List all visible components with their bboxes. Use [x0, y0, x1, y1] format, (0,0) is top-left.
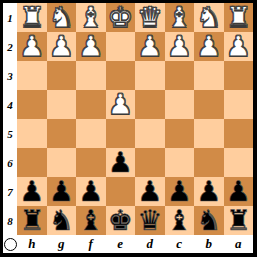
- black-pawn-a7: ♟: [226, 177, 251, 206]
- square-c5[interactable]: [165, 119, 195, 148]
- black-bishop-c8: ♝: [167, 206, 192, 235]
- rank-label-4: 4: [3, 90, 17, 119]
- square-d6[interactable]: [135, 148, 165, 177]
- chess-board-widget: 12345678 ♜♞♝♚♛♝♞♜♟♟♟♟♟♟♟♟♟♟♟♟♟♟♟♟♜♞♝♚♛♝♞…: [0, 0, 257, 257]
- white-bishop-f1: ♝: [78, 3, 103, 32]
- square-d2[interactable]: ♟: [135, 32, 165, 61]
- white-rook-h1: ♜: [19, 3, 44, 32]
- square-g7[interactable]: ♟: [47, 177, 77, 206]
- turn-indicator-cell: [3, 235, 17, 253]
- square-b8[interactable]: ♞: [194, 206, 224, 235]
- square-h1[interactable]: ♜: [17, 3, 47, 32]
- square-b2[interactable]: ♟: [194, 32, 224, 61]
- white-pawn-a2: ♟: [226, 32, 251, 61]
- rank-label-1: 1: [3, 3, 17, 32]
- square-c1[interactable]: ♝: [165, 3, 195, 32]
- white-knight-b1: ♞: [196, 3, 221, 32]
- white-pawn-c2: ♟: [167, 32, 192, 61]
- square-f5[interactable]: [76, 119, 106, 148]
- black-pawn-d7: ♟: [137, 177, 162, 206]
- rank-labels: 12345678: [3, 3, 17, 235]
- square-d3[interactable]: [135, 61, 165, 90]
- square-a5[interactable]: [224, 119, 254, 148]
- black-pawn-h7: ♟: [19, 177, 44, 206]
- bottom-strip: hgfedcba: [3, 235, 253, 253]
- board-grid: ♜♞♝♚♛♝♞♜♟♟♟♟♟♟♟♟♟♟♟♟♟♟♟♟♜♞♝♚♛♝♞♜: [17, 3, 253, 235]
- black-queen-d8: ♛: [137, 206, 162, 235]
- file-label-d: d: [135, 235, 165, 253]
- square-e5[interactable]: [106, 119, 136, 148]
- rank-label-3: 3: [3, 61, 17, 90]
- square-g5[interactable]: [47, 119, 77, 148]
- square-g8[interactable]: ♞: [47, 206, 77, 235]
- square-f8[interactable]: ♝: [76, 206, 106, 235]
- square-e8[interactable]: ♚: [106, 206, 136, 235]
- file-label-b: b: [194, 235, 224, 253]
- square-f2[interactable]: ♟: [76, 32, 106, 61]
- black-rook-a8: ♜: [226, 206, 251, 235]
- square-b4[interactable]: [194, 90, 224, 119]
- square-h7[interactable]: ♟: [17, 177, 47, 206]
- white-pawn-d2: ♟: [137, 32, 162, 61]
- square-a2[interactable]: ♟: [224, 32, 254, 61]
- square-f3[interactable]: [76, 61, 106, 90]
- square-c6[interactable]: [165, 148, 195, 177]
- square-g2[interactable]: ♟: [47, 32, 77, 61]
- square-g6[interactable]: [47, 148, 77, 177]
- square-e2[interactable]: [106, 32, 136, 61]
- square-h6[interactable]: [17, 148, 47, 177]
- square-a7[interactable]: ♟: [224, 177, 254, 206]
- square-f6[interactable]: [76, 148, 106, 177]
- square-d7[interactable]: ♟: [135, 177, 165, 206]
- black-king-e8: ♚: [108, 206, 133, 235]
- square-e1[interactable]: ♚: [106, 3, 136, 32]
- square-d5[interactable]: [135, 119, 165, 148]
- square-h4[interactable]: [17, 90, 47, 119]
- square-d8[interactable]: ♛: [135, 206, 165, 235]
- square-h8[interactable]: ♜: [17, 206, 47, 235]
- rank-label-8: 8: [3, 206, 17, 235]
- file-label-f: f: [76, 235, 106, 253]
- white-pawn-f2: ♟: [78, 32, 103, 61]
- square-b7[interactable]: ♟: [194, 177, 224, 206]
- black-pawn-f7: ♟: [78, 177, 103, 206]
- square-c7[interactable]: ♟: [165, 177, 195, 206]
- square-c3[interactable]: [165, 61, 195, 90]
- square-d4[interactable]: [135, 90, 165, 119]
- square-e4[interactable]: ♟: [106, 90, 136, 119]
- square-f4[interactable]: [76, 90, 106, 119]
- square-a8[interactable]: ♜: [224, 206, 254, 235]
- black-pawn-c7: ♟: [167, 177, 192, 206]
- square-f7[interactable]: ♟: [76, 177, 106, 206]
- square-a4[interactable]: [224, 90, 254, 119]
- white-pawn-b2: ♟: [196, 32, 221, 61]
- black-bishop-f8: ♝: [78, 206, 103, 235]
- black-pawn-b7: ♟: [196, 177, 221, 206]
- white-knight-g1: ♞: [49, 3, 74, 32]
- square-b6[interactable]: [194, 148, 224, 177]
- file-label-h: h: [17, 235, 47, 253]
- square-c4[interactable]: [165, 90, 195, 119]
- square-e6[interactable]: ♟: [106, 148, 136, 177]
- white-bishop-c1: ♝: [167, 3, 192, 32]
- black-rook-h8: ♜: [19, 206, 44, 235]
- square-g3[interactable]: [47, 61, 77, 90]
- rank-label-6: 6: [3, 148, 17, 177]
- square-c8[interactable]: ♝: [165, 206, 195, 235]
- rank-label-7: 7: [3, 177, 17, 206]
- file-label-a: a: [224, 235, 254, 253]
- black-pawn-e6: ♟: [108, 148, 133, 177]
- black-knight-g8: ♞: [49, 206, 74, 235]
- white-king-e1: ♚: [108, 3, 133, 32]
- white-pawn-h2: ♟: [19, 32, 44, 61]
- square-c2[interactable]: ♟: [165, 32, 195, 61]
- white-pawn-g2: ♟: [49, 32, 74, 61]
- square-f1[interactable]: ♝: [76, 3, 106, 32]
- square-e7[interactable]: [106, 177, 136, 206]
- file-label-c: c: [165, 235, 195, 253]
- square-h3[interactable]: [17, 61, 47, 90]
- white-to-move-circle-icon: [4, 238, 17, 251]
- file-label-e: e: [106, 235, 136, 253]
- square-b5[interactable]: [194, 119, 224, 148]
- square-b1[interactable]: ♞: [194, 3, 224, 32]
- white-queen-d1: ♛: [137, 3, 162, 32]
- square-g4[interactable]: [47, 90, 77, 119]
- white-rook-a1: ♜: [226, 3, 251, 32]
- white-pawn-e4: ♟: [108, 90, 133, 119]
- square-a6[interactable]: [224, 148, 254, 177]
- black-pawn-g7: ♟: [49, 177, 74, 206]
- square-d1[interactable]: ♛: [135, 3, 165, 32]
- square-h5[interactable]: [17, 119, 47, 148]
- rank-label-5: 5: [3, 119, 17, 148]
- rank-label-2: 2: [3, 32, 17, 61]
- square-g1[interactable]: ♞: [47, 3, 77, 32]
- black-knight-b8: ♞: [196, 206, 221, 235]
- square-e3[interactable]: [106, 61, 136, 90]
- square-a1[interactable]: ♜: [224, 3, 254, 32]
- square-h2[interactable]: ♟: [17, 32, 47, 61]
- square-a3[interactable]: [224, 61, 254, 90]
- file-label-g: g: [47, 235, 77, 253]
- square-b3[interactable]: [194, 61, 224, 90]
